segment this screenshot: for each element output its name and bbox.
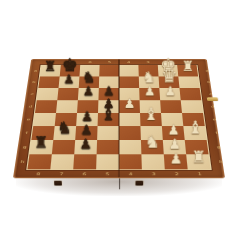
piece-black-pawn-g6[interactable]: ♟ <box>71 137 100 151</box>
coordinate-left-c: c <box>27 88 37 100</box>
chess-board: 8877665544332211aabbccddeeffgghh ♜♜♚♟♞♞♟… <box>13 59 225 178</box>
piece-black-rook-g8[interactable]: ♜ <box>27 135 56 151</box>
piece-black-pawn-f6[interactable]: ♟ <box>72 123 100 136</box>
coordinate-left-b: b <box>29 76 38 88</box>
piece-white-bishop-e3[interactable]: ♝ <box>137 106 164 123</box>
product-photo-chess-set: 8877665544332211aabbccddeeffgghh ♜♜♚♟♞♞♟… <box>0 0 238 238</box>
board-front-side <box>12 178 226 189</box>
front-seam <box>119 178 120 189</box>
pieces-layer: ♜♜♚♟♞♞♟♟♟♟♟♟♝♟♞♟♝♞♚♛♟♟♟♟♜♝♜ <box>13 59 225 178</box>
coordinate-right-c: c <box>206 88 216 100</box>
brass-hinge-icon <box>54 181 62 186</box>
coordinate-right-a: a <box>203 65 212 76</box>
piece-white-rook-h1[interactable]: ♜ <box>184 149 213 165</box>
coordinate-far-7: 7 <box>61 61 81 64</box>
piece-white-queen-b2[interactable]: ♛ <box>156 67 182 85</box>
piece-white-bishop-f1[interactable]: ♝ <box>181 119 209 137</box>
coordinate-far-1: 1 <box>177 61 197 64</box>
coordinate-far-4: 4 <box>119 61 138 64</box>
piece-white-pawn-c2[interactable]: ♟ <box>157 85 183 98</box>
coordinate-right-b: b <box>204 76 213 88</box>
coordinate-far-8: 8 <box>42 61 62 64</box>
brass-hinge-icon <box>135 181 143 186</box>
coordinate-left-a: a <box>31 65 40 76</box>
coordinate-far-2: 2 <box>157 61 177 64</box>
coordinate-far-5: 5 <box>100 61 119 64</box>
coordinate-far-6: 6 <box>80 61 99 64</box>
coordinate-right-d: d <box>208 100 218 113</box>
piece-black-bishop-e5[interactable]: ♝ <box>95 106 122 123</box>
coordinate-far-3: 3 <box>138 61 157 64</box>
